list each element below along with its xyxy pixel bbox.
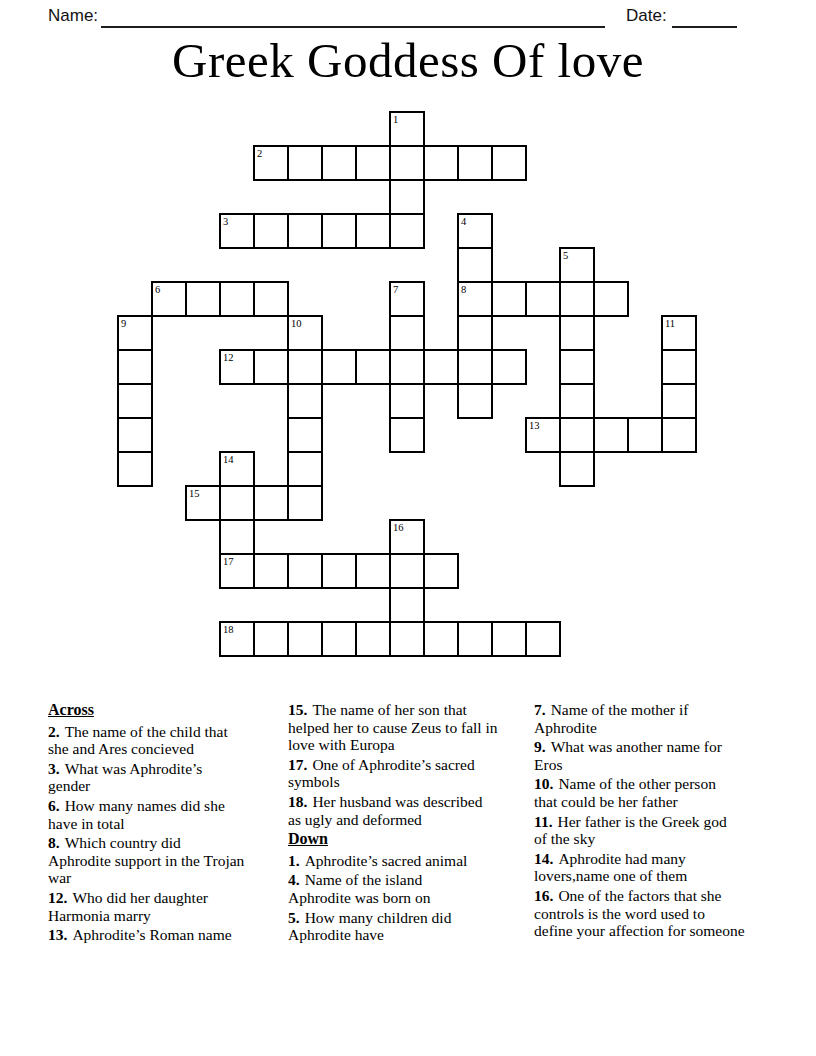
grid-cell[interactable] bbox=[661, 417, 697, 453]
clue-number: 1. bbox=[288, 852, 300, 869]
grid-cell[interactable] bbox=[389, 349, 425, 385]
grid-cell[interactable] bbox=[491, 621, 527, 657]
clue-text: What was Aphrodite’s gender bbox=[48, 760, 202, 795]
grid-cell[interactable]: 10 bbox=[287, 315, 323, 351]
across-header: Across bbox=[48, 701, 282, 719]
grid-cell[interactable]: 16 bbox=[389, 519, 425, 555]
grid-cell[interactable] bbox=[389, 145, 425, 181]
grid-cell[interactable] bbox=[253, 485, 289, 521]
clue-number: 7. bbox=[534, 701, 546, 718]
clue-item: 14.Aphrodite had many lovers,name one of… bbox=[534, 850, 788, 885]
grid-cell[interactable] bbox=[457, 247, 493, 283]
grid-cell[interactable] bbox=[661, 349, 697, 385]
clue-text: Her husband was described as ugly and de… bbox=[288, 793, 482, 828]
grid-cell[interactable] bbox=[185, 281, 221, 317]
crossword-grid: 123456789101112131415161718 bbox=[117, 111, 697, 657]
grid-cell[interactable] bbox=[559, 451, 595, 487]
clue-number: 17. bbox=[288, 756, 307, 773]
clue-text: Aphrodite had many lovers,name one of th… bbox=[534, 850, 687, 885]
grid-cell[interactable] bbox=[491, 145, 527, 181]
clue-number: 8. bbox=[48, 834, 60, 851]
clue-item: 4.Name of the island Aphrodite was born … bbox=[288, 871, 538, 906]
clue-text: Which country did Aphrodite support in t… bbox=[48, 834, 244, 886]
down-header: Down bbox=[288, 830, 538, 848]
grid-cell[interactable] bbox=[423, 553, 459, 589]
grid-cell[interactable] bbox=[219, 519, 255, 555]
grid-cell[interactable]: 11 bbox=[661, 315, 697, 351]
grid-cell[interactable] bbox=[287, 621, 323, 657]
grid-cell[interactable]: 17 bbox=[219, 553, 255, 589]
clue-text: Who did her daughter Harmonia marry bbox=[48, 889, 208, 924]
grid-cell[interactable] bbox=[491, 281, 527, 317]
clue-number: 10. bbox=[534, 775, 553, 792]
cell-number: 13 bbox=[529, 420, 540, 431]
grid-cell[interactable] bbox=[219, 281, 255, 317]
clue-text: Name of the mother if Aphrodite bbox=[534, 701, 688, 736]
cell-number: 4 bbox=[461, 216, 466, 227]
grid-cell[interactable] bbox=[253, 281, 289, 317]
clue-text: Name of the island Aphrodite was born on bbox=[288, 871, 431, 906]
clue-text: One of Aphrodite’s sacred symbols bbox=[288, 756, 475, 791]
clue-text: Aphrodite’s sacred animal bbox=[305, 852, 468, 869]
grid-cell[interactable] bbox=[525, 281, 561, 317]
grid-cell[interactable] bbox=[287, 349, 323, 385]
grid-cell[interactable] bbox=[525, 621, 561, 657]
grid-cell[interactable] bbox=[287, 145, 323, 181]
clue-text: Her father is the Greek god of the sky bbox=[534, 813, 727, 848]
cell-number: 9 bbox=[121, 318, 126, 329]
cell-number: 15 bbox=[189, 488, 200, 499]
grid-cell[interactable] bbox=[355, 621, 391, 657]
grid-cell[interactable] bbox=[457, 349, 493, 385]
clue-number: 12. bbox=[48, 889, 67, 906]
clue-text: The name of her son that helped her to c… bbox=[288, 701, 498, 753]
grid-cell[interactable] bbox=[219, 485, 255, 521]
clue-number: 11. bbox=[534, 813, 553, 830]
clue-text: How many children did Aphrodite have bbox=[288, 909, 451, 944]
grid-cell[interactable] bbox=[321, 621, 357, 657]
grid-cell[interactable]: 4 bbox=[457, 213, 493, 249]
grid-cell[interactable] bbox=[253, 621, 289, 657]
cell-number: 11 bbox=[665, 318, 675, 329]
clue-number: 15. bbox=[288, 701, 307, 718]
clue-item: 8.Which country did Aphrodite support in… bbox=[48, 834, 282, 887]
cell-number: 10 bbox=[291, 318, 302, 329]
name-blank-line bbox=[101, 26, 605, 28]
grid-cell[interactable] bbox=[559, 281, 595, 317]
grid-cell[interactable]: 13 bbox=[525, 417, 561, 453]
clue-number: 6. bbox=[48, 797, 60, 814]
clue-number: 16. bbox=[534, 887, 553, 904]
cell-number: 12 bbox=[223, 352, 234, 363]
grid-cell[interactable] bbox=[559, 417, 595, 453]
cell-number: 5 bbox=[563, 250, 568, 261]
grid-cell[interactable] bbox=[287, 383, 323, 419]
grid-cell[interactable] bbox=[117, 417, 153, 453]
clue-item: 13.Aphrodite’s Roman name bbox=[48, 926, 282, 944]
clue-item: 6.How many names did she have in total bbox=[48, 797, 282, 832]
grid-cell[interactable] bbox=[389, 417, 425, 453]
clue-item: 15.The name of her son that helped her t… bbox=[288, 701, 538, 754]
grid-cell[interactable] bbox=[355, 553, 391, 589]
grid-cell[interactable]: 14 bbox=[219, 451, 255, 487]
grid-cell[interactable]: 8 bbox=[457, 281, 493, 317]
grid-cell[interactable] bbox=[117, 451, 153, 487]
grid-cell[interactable] bbox=[287, 417, 323, 453]
clue-number: 3. bbox=[48, 760, 60, 777]
grid-cell[interactable]: 15 bbox=[185, 485, 221, 521]
clue-text: Name of the other person that could be h… bbox=[534, 775, 716, 810]
clue-item: 9.What was another name for Eros bbox=[534, 738, 788, 773]
cell-number: 8 bbox=[461, 284, 466, 295]
grid-cell[interactable]: 5 bbox=[559, 247, 595, 283]
cell-number: 3 bbox=[223, 216, 228, 227]
clue-item: 7.Name of the mother if Aphrodite bbox=[534, 701, 788, 736]
grid-cell[interactable]: 3 bbox=[219, 213, 255, 249]
grid-cell[interactable] bbox=[389, 587, 425, 623]
clue-text: The name of the child that she and Ares … bbox=[48, 723, 228, 758]
grid-cell[interactable] bbox=[355, 349, 391, 385]
grid-cell[interactable] bbox=[355, 145, 391, 181]
clue-text: Aphrodite’s Roman name bbox=[72, 926, 231, 943]
grid-cell[interactable] bbox=[287, 485, 323, 521]
cell-number: 7 bbox=[393, 284, 398, 295]
grid-cell[interactable] bbox=[253, 213, 289, 249]
name-label: Name: bbox=[48, 6, 98, 26]
grid-cell[interactable] bbox=[117, 383, 153, 419]
grid-cell[interactable] bbox=[253, 553, 289, 589]
clue-text: What was another name for Eros bbox=[534, 738, 722, 773]
grid-cell[interactable] bbox=[457, 383, 493, 419]
grid-cell[interactable] bbox=[559, 349, 595, 385]
grid-cell[interactable] bbox=[389, 315, 425, 351]
clue-number: 13. bbox=[48, 926, 67, 943]
grid-cell[interactable] bbox=[287, 553, 323, 589]
clue-item: 2.The name of the child that she and Are… bbox=[48, 723, 282, 758]
clue-item: 18.Her husband was described as ugly and… bbox=[288, 793, 538, 828]
clue-item: 11.Her father is the Greek god of the sk… bbox=[534, 813, 788, 848]
grid-cell[interactable] bbox=[457, 145, 493, 181]
clue-item: 17.One of Aphrodite’s sacred symbols bbox=[288, 756, 538, 791]
grid-cell[interactable]: 9 bbox=[117, 315, 153, 351]
clue-item: 1.Aphrodite’s sacred animal bbox=[288, 852, 538, 870]
clue-number: 9. bbox=[534, 738, 546, 755]
grid-cell[interactable] bbox=[661, 383, 697, 419]
grid-cell[interactable]: 6 bbox=[151, 281, 187, 317]
grid-cell[interactable] bbox=[559, 315, 595, 351]
grid-cell[interactable] bbox=[321, 145, 357, 181]
grid-cell[interactable] bbox=[321, 213, 357, 249]
grid-cell[interactable]: 1 bbox=[389, 111, 425, 147]
grid-cell[interactable] bbox=[117, 349, 153, 385]
grid-cell[interactable] bbox=[423, 349, 459, 385]
grid-cell[interactable] bbox=[389, 621, 425, 657]
grid-cell[interactable] bbox=[287, 451, 323, 487]
grid-cell[interactable] bbox=[287, 213, 323, 249]
page-title: Greek Goddess Of love bbox=[0, 34, 816, 88]
cell-number: 17 bbox=[223, 556, 234, 567]
clue-number: 2. bbox=[48, 723, 60, 740]
grid-cell[interactable] bbox=[593, 417, 629, 453]
cell-number: 1 bbox=[393, 114, 398, 125]
clue-column: 15.The name of her son that helped her t… bbox=[288, 701, 538, 946]
grid-cell[interactable] bbox=[389, 553, 425, 589]
clue-item: 12.Who did her daughter Harmonia marry bbox=[48, 889, 282, 924]
cell-number: 2 bbox=[257, 148, 262, 159]
grid-cell[interactable] bbox=[593, 281, 629, 317]
grid-cell[interactable] bbox=[457, 315, 493, 351]
clue-number: 4. bbox=[288, 871, 300, 888]
grid-cell[interactable] bbox=[321, 349, 357, 385]
grid-cell[interactable]: 7 bbox=[389, 281, 425, 317]
clue-number: 5. bbox=[288, 909, 300, 926]
grid-cell[interactable] bbox=[355, 213, 391, 249]
grid-cell[interactable] bbox=[457, 621, 493, 657]
clue-item: 10.Name of the other person that could b… bbox=[534, 775, 788, 810]
grid-cell[interactable] bbox=[389, 383, 425, 419]
clue-number: 14. bbox=[534, 850, 553, 867]
clue-item: 5.How many children did Aphrodite have bbox=[288, 909, 538, 944]
clue-column: 7.Name of the mother if Aphrodite9.What … bbox=[534, 701, 788, 942]
grid-cell[interactable] bbox=[389, 179, 425, 215]
cell-number: 6 bbox=[155, 284, 160, 295]
grid-cell[interactable] bbox=[321, 553, 357, 589]
clue-item: 16.One of the factors that she controls … bbox=[534, 887, 788, 940]
cell-number: 16 bbox=[393, 522, 404, 533]
clue-item: 3.What was Aphrodite’s gender bbox=[48, 760, 282, 795]
clue-text: How many names did she have in total bbox=[48, 797, 225, 832]
cell-number: 18 bbox=[223, 624, 234, 635]
grid-cell[interactable] bbox=[491, 349, 527, 385]
grid-cell[interactable] bbox=[423, 145, 459, 181]
date-blank-line bbox=[672, 26, 737, 28]
clue-number: 18. bbox=[288, 793, 307, 810]
date-label: Date: bbox=[626, 6, 667, 26]
clue-column: Across2.The name of the child that she a… bbox=[48, 701, 282, 946]
grid-cell[interactable] bbox=[627, 417, 663, 453]
grid-cell[interactable] bbox=[253, 349, 289, 385]
cell-number: 14 bbox=[223, 454, 234, 465]
grid-cell[interactable] bbox=[389, 213, 425, 249]
grid-cell[interactable]: 12 bbox=[219, 349, 255, 385]
grid-cell[interactable]: 2 bbox=[253, 145, 289, 181]
grid-cell[interactable]: 18 bbox=[219, 621, 255, 657]
grid-cell[interactable] bbox=[559, 383, 595, 419]
clue-text: One of the factors that she controls is … bbox=[534, 887, 745, 939]
grid-cell[interactable] bbox=[423, 621, 459, 657]
